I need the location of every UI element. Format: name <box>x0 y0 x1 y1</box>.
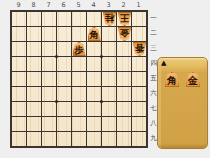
file-label-8: 8 <box>26 1 41 9</box>
board-square-2六[interactable] <box>116 86 131 101</box>
file-label-5: 5 <box>71 1 86 9</box>
board-square-7八[interactable] <box>41 116 56 131</box>
board-square-4一[interactable] <box>86 11 101 26</box>
board-square-5四[interactable] <box>71 56 86 71</box>
board-square-9三[interactable] <box>11 41 26 56</box>
rank-label-3: 三 <box>149 41 158 56</box>
board-square-8四[interactable] <box>26 56 41 71</box>
board-square-9四[interactable] <box>11 56 26 71</box>
board-square-6三[interactable] <box>56 41 71 56</box>
board-square-5八[interactable] <box>71 116 86 131</box>
board-square-8二[interactable] <box>26 26 41 41</box>
hoshi-dot <box>100 55 103 58</box>
board-square-4四[interactable] <box>86 56 101 71</box>
board-square-1二[interactable] <box>131 26 146 41</box>
board-square-4七[interactable] <box>86 101 101 116</box>
board-square-9五[interactable] <box>11 71 26 86</box>
file-label-1: 1 <box>131 1 146 9</box>
board-square-8一[interactable] <box>26 11 41 26</box>
hoshi-dot <box>100 100 103 103</box>
file-labels: 987654321 <box>11 1 147 9</box>
board-square-4九[interactable] <box>86 131 101 146</box>
shogi-board: 桂王角金歩香 <box>10 10 148 148</box>
board-square-7二[interactable] <box>41 26 56 41</box>
board-square-9八[interactable] <box>11 116 26 131</box>
hoshi-dot <box>55 100 58 103</box>
board-square-2七[interactable] <box>116 101 131 116</box>
board-square-4八[interactable] <box>86 116 101 131</box>
board-square-1一[interactable] <box>131 11 146 26</box>
board-square-5五[interactable] <box>71 71 86 86</box>
board-square-7一[interactable] <box>41 11 56 26</box>
file-label-9: 9 <box>11 1 26 9</box>
board-square-8五[interactable] <box>26 71 41 86</box>
board-square-2九[interactable] <box>116 131 131 146</box>
hand-piece-gold[interactable]: 金 <box>186 72 200 87</box>
board-square-7三[interactable] <box>41 41 56 56</box>
board-square-5六[interactable] <box>71 86 86 101</box>
board-square-7七[interactable] <box>41 101 56 116</box>
board-square-2四[interactable] <box>116 56 131 71</box>
board-square-8三[interactable] <box>26 41 41 56</box>
board-square-6九[interactable] <box>56 131 71 146</box>
board-square-6八[interactable] <box>56 116 71 131</box>
file-label-2: 2 <box>116 1 131 9</box>
komadai-piece-stand: ▲ 角金 <box>157 57 208 149</box>
board-square-3三[interactable] <box>101 41 116 56</box>
board-square-3九[interactable] <box>101 131 116 146</box>
board-square-3二[interactable] <box>101 26 116 41</box>
board-square-6七[interactable] <box>56 101 71 116</box>
board-square-3八[interactable] <box>101 116 116 131</box>
board-square-3四[interactable] <box>101 56 116 71</box>
board-square-8六[interactable] <box>26 86 41 101</box>
board-square-1九[interactable] <box>131 131 146 146</box>
shogi-diagram: 987654321 一二三四五六七八九 桂王角金歩香 ▲ 角金 <box>0 0 210 158</box>
board-square-6二[interactable] <box>56 26 71 41</box>
board-square-1七[interactable] <box>131 101 146 116</box>
board-square-8八[interactable] <box>26 116 41 131</box>
board-square-9六[interactable] <box>11 86 26 101</box>
rank-label-2: 二 <box>149 26 158 41</box>
board-square-7五[interactable] <box>41 71 56 86</box>
board-square-6六[interactable] <box>56 86 71 101</box>
board-square-3七[interactable] <box>101 101 116 116</box>
board-square-1五[interactable] <box>131 71 146 86</box>
file-label-7: 7 <box>41 1 56 9</box>
sente-marker-icon: ▲ <box>161 59 166 67</box>
hand-pieces: 角金 <box>158 72 207 87</box>
board-square-9七[interactable] <box>11 101 26 116</box>
board-square-6一[interactable] <box>56 11 71 26</box>
board-square-2三[interactable] <box>116 41 131 56</box>
board-square-5七[interactable] <box>71 101 86 116</box>
board-square-7六[interactable] <box>41 86 56 101</box>
board-square-6四[interactable] <box>56 56 71 71</box>
file-label-6: 6 <box>56 1 71 9</box>
rank-label-1: 一 <box>149 11 158 26</box>
board-square-1四[interactable] <box>131 56 146 71</box>
hand-piece-bishop[interactable]: 角 <box>165 72 179 87</box>
board-square-1八[interactable] <box>131 116 146 131</box>
board-square-9九[interactable] <box>11 131 26 146</box>
board-square-5九[interactable] <box>71 131 86 146</box>
board-wrap: 桂王角金歩香 <box>10 10 148 148</box>
file-label-3: 3 <box>101 1 116 9</box>
board-square-5一[interactable] <box>71 11 86 26</box>
board-square-7四[interactable] <box>41 56 56 71</box>
board-square-1六[interactable] <box>131 86 146 101</box>
board-square-5二[interactable] <box>71 26 86 41</box>
board-square-7九[interactable] <box>41 131 56 146</box>
hoshi-dot <box>55 55 58 58</box>
board-square-2八[interactable] <box>116 116 131 131</box>
board-square-4三[interactable] <box>86 41 101 56</box>
board-square-2五[interactable] <box>116 71 131 86</box>
board-square-8九[interactable] <box>26 131 41 146</box>
board-square-3六[interactable] <box>101 86 116 101</box>
board-square-9二[interactable] <box>11 26 26 41</box>
board-square-4五[interactable] <box>86 71 101 86</box>
board-square-4六[interactable] <box>86 86 101 101</box>
board-square-6五[interactable] <box>56 71 71 86</box>
board-square-3五[interactable] <box>101 71 116 86</box>
board-square-9一[interactable] <box>11 11 26 26</box>
board-square-8七[interactable] <box>26 101 41 116</box>
file-label-4: 4 <box>86 1 101 9</box>
